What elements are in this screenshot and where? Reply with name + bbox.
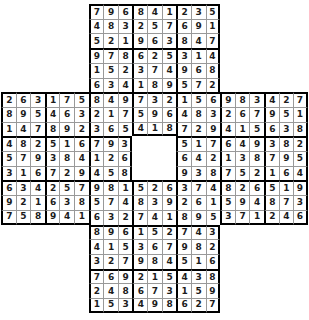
sudoku-cell-r12c13: 9	[176, 166, 191, 181]
void-cell	[45, 19, 60, 34]
void-cell	[235, 283, 250, 298]
sudoku-cell-r12c7: 4	[89, 166, 104, 181]
sudoku-cell-r15c11: 4	[147, 210, 162, 225]
sudoku-cell-r18c8: 2	[103, 254, 118, 269]
sudoku-cell-r7c5: 7	[59, 92, 74, 107]
void-cell	[59, 4, 74, 19]
sudoku-cell-r12c2: 1	[16, 166, 31, 181]
sudoku-cell-r11c16: 1	[220, 151, 235, 166]
sudoku-cell-r16c13: 7	[176, 225, 191, 240]
sudoku-cell-r7c21: 7	[293, 92, 308, 107]
sudoku-cell-r6c10: 1	[132, 78, 147, 93]
void-cell	[293, 78, 308, 93]
sudoku-cell-r7c15: 6	[206, 92, 221, 107]
sudoku-cell-r20c9: 8	[118, 283, 133, 298]
void-cell	[293, 4, 308, 19]
void-cell	[293, 239, 308, 254]
void-cell	[279, 225, 294, 240]
sudoku-cell-r6c8: 3	[103, 78, 118, 93]
void-cell	[74, 19, 89, 34]
void-cell	[45, 269, 60, 284]
void-cell	[293, 283, 308, 298]
void-cell	[264, 63, 279, 78]
void-cell	[59, 283, 74, 298]
sudoku-cell-r14c14: 6	[191, 195, 206, 210]
sudoku-cell-r16c15: 3	[206, 225, 221, 240]
sudoku-cell-r11c19: 7	[264, 151, 279, 166]
sudoku-cell-r16c12: 2	[162, 225, 177, 240]
sudoku-cell-r4c7: 9	[89, 48, 104, 63]
sudoku-cell-r1c7: 7	[89, 4, 104, 19]
sudoku-cell-r14c7: 5	[89, 195, 104, 210]
sudoku-cell-r11c17: 3	[235, 151, 250, 166]
sudoku-cell-r13c12: 6	[162, 180, 177, 195]
void-cell	[16, 225, 31, 240]
void-cell	[293, 19, 308, 34]
void-cell	[30, 225, 45, 240]
void-cell	[264, 19, 279, 34]
void-cell	[16, 63, 31, 78]
sudoku-cell-r10c9: 3	[118, 136, 133, 151]
void-cell	[147, 136, 162, 151]
void-cell	[220, 4, 235, 19]
sudoku-cell-r12c5: 2	[59, 166, 74, 181]
void-cell	[30, 48, 45, 63]
sudoku-cell-r15c3: 8	[30, 210, 45, 225]
sudoku-cell-r21c9: 3	[118, 298, 133, 313]
void-cell	[220, 33, 235, 48]
void-cell	[249, 254, 264, 269]
sudoku-cell-r14c21: 3	[293, 195, 308, 210]
void-cell	[235, 4, 250, 19]
sudoku-cell-r15c4: 9	[45, 210, 60, 225]
sudoku-cell-r13c4: 2	[45, 180, 60, 195]
sudoku-cell-r4c13: 3	[176, 48, 191, 63]
void-cell	[30, 63, 45, 78]
void-cell	[59, 254, 74, 269]
sudoku-cell-r14c2: 2	[16, 195, 31, 210]
void-cell	[235, 225, 250, 240]
sudoku-cell-r8c10: 5	[132, 107, 147, 122]
void-cell	[220, 48, 235, 63]
void-cell	[45, 283, 60, 298]
sudoku-cell-r11c6: 4	[74, 151, 89, 166]
void-cell	[147, 151, 162, 166]
void-cell	[264, 33, 279, 48]
sudoku-cell-r17c15: 2	[206, 239, 221, 254]
sudoku-cell-r14c12: 9	[162, 195, 177, 210]
sudoku-cell-r11c1: 5	[1, 151, 16, 166]
sudoku-cell-r20c14: 5	[191, 283, 206, 298]
sudoku-cell-r8c8: 1	[103, 107, 118, 122]
void-cell	[220, 63, 235, 78]
void-cell	[249, 48, 264, 63]
sudoku-cell-r14c20: 7	[279, 195, 294, 210]
sudoku-cell-r5c8: 5	[103, 63, 118, 78]
sudoku-cell-r21c13: 6	[176, 298, 191, 313]
sudoku-cell-r7c20: 2	[279, 92, 294, 107]
void-cell	[1, 19, 16, 34]
void-cell	[293, 48, 308, 63]
void-cell	[264, 239, 279, 254]
void-cell	[74, 269, 89, 284]
sudoku-cell-r10c13: 5	[176, 136, 191, 151]
void-cell	[1, 283, 16, 298]
sudoku-cell-r19c11: 1	[147, 269, 162, 284]
sudoku-cell-r1c12: 1	[162, 4, 177, 19]
sudoku-cell-r2c7: 4	[89, 19, 104, 34]
sudoku-cell-r11c14: 4	[191, 151, 206, 166]
sudoku-cell-r9c10: 4	[132, 122, 147, 137]
void-cell	[16, 254, 31, 269]
sudoku-cell-r10c5: 1	[59, 136, 74, 151]
sudoku-cell-r8c3: 5	[30, 107, 45, 122]
sudoku-cell-r21c10: 4	[132, 298, 147, 313]
sudoku-cell-r9c14: 2	[191, 122, 206, 137]
void-cell	[264, 78, 279, 93]
sudoku-cell-r1c10: 8	[132, 4, 147, 19]
sudoku-cell-r11c2: 7	[16, 151, 31, 166]
sudoku-cell-r1c13: 2	[176, 4, 191, 19]
sudoku-cell-r4c8: 7	[103, 48, 118, 63]
sudoku-cell-r15c2: 5	[16, 210, 31, 225]
sudoku-cell-r15c5: 4	[59, 210, 74, 225]
sudoku-cell-r13c13: 3	[176, 180, 191, 195]
sudoku-cell-r12c4: 7	[45, 166, 60, 181]
sudoku-cell-r3c10: 9	[132, 33, 147, 48]
sudoku-cell-r9c15: 9	[206, 122, 221, 137]
void-cell	[16, 33, 31, 48]
sudoku-cell-r7c7: 8	[89, 92, 104, 107]
sudoku-cell-r12c6: 9	[74, 166, 89, 181]
sudoku-cell-r7c1: 2	[1, 92, 16, 107]
sudoku-cell-r10c8: 9	[103, 136, 118, 151]
sudoku-cell-r9c4: 8	[45, 122, 60, 137]
sudoku-cell-r11c15: 2	[206, 151, 221, 166]
sudoku-cell-r14c1: 9	[1, 195, 16, 210]
sudoku-cell-r5c14: 6	[191, 63, 206, 78]
void-cell	[279, 19, 294, 34]
sudoku-cell-r13c17: 2	[235, 180, 250, 195]
void-cell	[74, 33, 89, 48]
sudoku-cell-r4c11: 2	[147, 48, 162, 63]
void-cell	[220, 283, 235, 298]
sudoku-board: 7968412354832576915219638479786253141523…	[1, 4, 308, 313]
sudoku-cell-r3c12: 3	[162, 33, 177, 48]
sudoku-cell-r2c11: 5	[147, 19, 162, 34]
sudoku-cell-r10c14: 1	[191, 136, 206, 151]
void-cell	[1, 298, 16, 313]
sudoku-cell-r10c3: 2	[30, 136, 45, 151]
sudoku-cell-r16c14: 4	[191, 225, 206, 240]
sudoku-cell-r10c20: 8	[279, 136, 294, 151]
void-cell	[249, 19, 264, 34]
void-cell	[59, 63, 74, 78]
sudoku-cell-r15c14: 9	[191, 210, 206, 225]
sudoku-cell-r9c8: 6	[103, 122, 118, 137]
void-cell	[16, 48, 31, 63]
sudoku-cell-r16c10: 1	[132, 225, 147, 240]
void-cell	[220, 225, 235, 240]
void-cell	[74, 63, 89, 78]
void-cell	[16, 239, 31, 254]
sudoku-cell-r12c18: 2	[249, 166, 264, 181]
sudoku-cell-r7c6: 5	[74, 92, 89, 107]
sudoku-cell-r4c9: 8	[118, 48, 133, 63]
sudoku-cell-r6c12: 9	[162, 78, 177, 93]
void-cell	[235, 19, 250, 34]
sudoku-cell-r8c17: 6	[235, 107, 250, 122]
sudoku-cell-r4c15: 4	[206, 48, 221, 63]
sudoku-cell-r12c15: 8	[206, 166, 221, 181]
void-cell	[1, 33, 16, 48]
sudoku-cell-r21c12: 8	[162, 298, 177, 313]
void-cell	[59, 298, 74, 313]
sudoku-cell-r14c19: 8	[264, 195, 279, 210]
void-cell	[30, 283, 45, 298]
void-cell	[249, 78, 264, 93]
sudoku-cell-r5c12: 4	[162, 63, 177, 78]
void-cell	[16, 78, 31, 93]
sudoku-cell-r4c10: 6	[132, 48, 147, 63]
sudoku-cell-r15c1: 7	[1, 210, 16, 225]
sudoku-cell-r15c17: 7	[235, 210, 250, 225]
void-cell	[45, 298, 60, 313]
sudoku-cell-r8c12: 6	[162, 107, 177, 122]
sudoku-cell-r14c3: 1	[30, 195, 45, 210]
void-cell	[45, 225, 60, 240]
sudoku-cell-r12c17: 5	[235, 166, 250, 181]
sudoku-cell-r18c11: 8	[147, 254, 162, 269]
void-cell	[235, 78, 250, 93]
sudoku-cell-r17c7: 4	[89, 239, 104, 254]
sudoku-cell-r15c6: 1	[74, 210, 89, 225]
void-cell	[59, 33, 74, 48]
sudoku-cell-r17c11: 6	[147, 239, 162, 254]
void-cell	[279, 4, 294, 19]
sudoku-cell-r21c15: 7	[206, 298, 221, 313]
void-cell	[1, 63, 16, 78]
sudoku-cell-r9c7: 3	[89, 122, 104, 137]
sudoku-cell-r2c13: 6	[176, 19, 191, 34]
sudoku-cell-r14c9: 4	[118, 195, 133, 210]
sudoku-cell-r15c15: 5	[206, 210, 221, 225]
sudoku-cell-r15c7: 6	[89, 210, 104, 225]
sudoku-cell-r18c9: 7	[118, 254, 133, 269]
sudoku-cell-r10c2: 8	[16, 136, 31, 151]
sudoku-cell-r15c9: 2	[118, 210, 133, 225]
sudoku-cell-r2c15: 1	[206, 19, 221, 34]
sudoku-cell-r7c2: 6	[16, 92, 31, 107]
sudoku-cell-r9c2: 4	[16, 122, 31, 137]
sudoku-cell-r7c13: 1	[176, 92, 191, 107]
void-cell	[220, 239, 235, 254]
sudoku-cell-r13c20: 1	[279, 180, 294, 195]
sudoku-cell-r8c20: 5	[279, 107, 294, 122]
sudoku-cell-r10c21: 2	[293, 136, 308, 151]
sudoku-cell-r21c11: 9	[147, 298, 162, 313]
sudoku-cell-r15c13: 8	[176, 210, 191, 225]
void-cell	[45, 239, 60, 254]
sudoku-cell-r13c1: 6	[1, 180, 16, 195]
sudoku-cell-r8c1: 8	[1, 107, 16, 122]
void-cell	[264, 48, 279, 63]
void-cell	[235, 254, 250, 269]
void-cell	[264, 283, 279, 298]
sudoku-cell-r20c10: 6	[132, 283, 147, 298]
sudoku-cell-r17c12: 7	[162, 239, 177, 254]
void-cell	[45, 63, 60, 78]
void-cell	[74, 254, 89, 269]
sudoku-cell-r2c9: 3	[118, 19, 133, 34]
void-cell	[249, 225, 264, 240]
sudoku-cell-r5c13: 9	[176, 63, 191, 78]
void-cell	[162, 136, 177, 151]
void-cell	[264, 225, 279, 240]
void-cell	[59, 225, 74, 240]
void-cell	[279, 269, 294, 284]
sudoku-cell-r7c11: 3	[147, 92, 162, 107]
sudoku-cell-r14c8: 7	[103, 195, 118, 210]
sudoku-cell-r19c9: 9	[118, 269, 133, 284]
sudoku-cell-r8c4: 4	[45, 107, 60, 122]
sudoku-cell-r8c21: 1	[293, 107, 308, 122]
sudoku-cell-r19c10: 2	[132, 269, 147, 284]
void-cell	[59, 19, 74, 34]
void-cell	[16, 19, 31, 34]
void-cell	[249, 298, 264, 313]
sudoku-cell-r15c8: 3	[103, 210, 118, 225]
sudoku-cell-r14c6: 8	[74, 195, 89, 210]
sudoku-cell-r6c11: 8	[147, 78, 162, 93]
sudoku-cell-r13c2: 3	[16, 180, 31, 195]
void-cell	[132, 166, 147, 181]
void-cell	[293, 269, 308, 284]
void-cell	[30, 239, 45, 254]
sudoku-cell-r9c13: 7	[176, 122, 191, 137]
sudoku-cell-r5c11: 7	[147, 63, 162, 78]
void-cell	[220, 78, 235, 93]
sudoku-cell-r14c4: 6	[45, 195, 60, 210]
sudoku-cell-r1c15: 5	[206, 4, 221, 19]
void-cell	[279, 33, 294, 48]
sudoku-cell-r13c3: 4	[30, 180, 45, 195]
sudoku-cell-r8c2: 9	[16, 107, 31, 122]
sudoku-cell-r12c16: 7	[220, 166, 235, 181]
void-cell	[59, 269, 74, 284]
sudoku-cell-r11c18: 8	[249, 151, 264, 166]
sudoku-cell-r11c7: 1	[89, 151, 104, 166]
sudoku-cell-r15c16: 3	[220, 210, 235, 225]
sudoku-cell-r9c9: 5	[118, 122, 133, 137]
sudoku-cell-r17c10: 3	[132, 239, 147, 254]
sudoku-cell-r7c3: 3	[30, 92, 45, 107]
sudoku-cell-r14c5: 3	[59, 195, 74, 210]
void-cell	[235, 239, 250, 254]
sudoku-cell-r8c6: 3	[74, 107, 89, 122]
void-cell	[293, 63, 308, 78]
void-cell	[74, 78, 89, 93]
sudoku-cell-r16c9: 6	[118, 225, 133, 240]
sudoku-cell-r18c12: 4	[162, 254, 177, 269]
sudoku-cell-r8c15: 3	[206, 107, 221, 122]
sudoku-cell-r14c16: 5	[220, 195, 235, 210]
sudoku-cell-r10c17: 4	[235, 136, 250, 151]
sudoku-cell-r11c8: 2	[103, 151, 118, 166]
void-cell	[74, 48, 89, 63]
sudoku-cell-r8c9: 7	[118, 107, 133, 122]
void-cell	[30, 33, 45, 48]
sudoku-cell-r18c13: 5	[176, 254, 191, 269]
sudoku-cell-r9c16: 4	[220, 122, 235, 137]
void-cell	[220, 19, 235, 34]
sudoku-cell-r12c14: 3	[191, 166, 206, 181]
sudoku-cell-r19c8: 6	[103, 269, 118, 284]
sudoku-cell-r10c6: 6	[74, 136, 89, 151]
sudoku-cell-r8c11: 9	[147, 107, 162, 122]
sudoku-cell-r6c7: 6	[89, 78, 104, 93]
sudoku-cell-r13c6: 7	[74, 180, 89, 195]
sudoku-cell-r19c14: 3	[191, 269, 206, 284]
sudoku-cell-r8c13: 4	[176, 107, 191, 122]
sudoku-cell-r9c17: 1	[235, 122, 250, 137]
sudoku-cell-r13c5: 5	[59, 180, 74, 195]
void-cell	[30, 78, 45, 93]
sudoku-cell-r20c7: 2	[89, 283, 104, 298]
sudoku-cell-r11c21: 5	[293, 151, 308, 166]
sudoku-cell-r3c11: 6	[147, 33, 162, 48]
void-cell	[59, 48, 74, 63]
void-cell	[45, 48, 60, 63]
void-cell	[45, 78, 60, 93]
void-cell	[249, 4, 264, 19]
sudoku-cell-r3c15: 7	[206, 33, 221, 48]
sudoku-cell-r2c10: 2	[132, 19, 147, 34]
sudoku-cell-r14c13: 2	[176, 195, 191, 210]
void-cell	[74, 225, 89, 240]
sudoku-cell-r18c10: 9	[132, 254, 147, 269]
void-cell	[264, 4, 279, 19]
sudoku-cell-r11c9: 6	[118, 151, 133, 166]
sudoku-cell-r8c16: 2	[220, 107, 235, 122]
void-cell	[220, 269, 235, 284]
sudoku-cell-r6c14: 7	[191, 78, 206, 93]
void-cell	[30, 254, 45, 269]
void-cell	[45, 33, 60, 48]
sudoku-cell-r7c16: 9	[220, 92, 235, 107]
sudoku-cell-r2c14: 9	[191, 19, 206, 34]
sudoku-cell-r5c10: 3	[132, 63, 147, 78]
void-cell	[1, 78, 16, 93]
sudoku-cell-r11c20: 9	[279, 151, 294, 166]
sudoku-cell-r7c10: 7	[132, 92, 147, 107]
sudoku-cell-r13c14: 7	[191, 180, 206, 195]
void-cell	[30, 298, 45, 313]
page-background: 7968412354832576915219638479786253141523…	[0, 0, 309, 320]
sudoku-cell-r20c15: 9	[206, 283, 221, 298]
void-cell	[235, 48, 250, 63]
sudoku-cell-r18c14: 1	[191, 254, 206, 269]
void-cell	[249, 33, 264, 48]
sudoku-cell-r13c7: 9	[89, 180, 104, 195]
sudoku-cell-r20c12: 3	[162, 283, 177, 298]
sudoku-cell-r9c5: 9	[59, 122, 74, 137]
sudoku-cell-r13c16: 8	[220, 180, 235, 195]
void-cell	[45, 254, 60, 269]
void-cell	[1, 48, 16, 63]
sudoku-cell-r7c8: 4	[103, 92, 118, 107]
sudoku-cell-r10c15: 7	[206, 136, 221, 151]
